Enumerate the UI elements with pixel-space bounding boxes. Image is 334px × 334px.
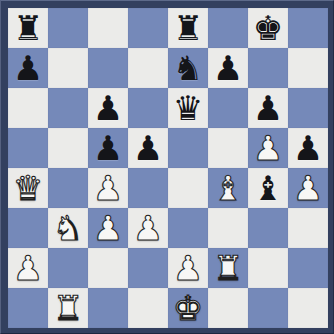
- square-c1[interactable]: [88, 288, 128, 328]
- piece-black-pawn[interactable]: ♟: [93, 88, 123, 128]
- square-d5[interactable]: ♟: [128, 128, 168, 168]
- piece-black-pawn[interactable]: ♟: [13, 48, 43, 88]
- square-g7[interactable]: [248, 48, 288, 88]
- square-c7[interactable]: [88, 48, 128, 88]
- square-c5[interactable]: ♟: [88, 128, 128, 168]
- square-f3[interactable]: [208, 208, 248, 248]
- square-h7[interactable]: [288, 48, 328, 88]
- square-f8[interactable]: [208, 8, 248, 48]
- square-b2[interactable]: [48, 248, 88, 288]
- square-a5[interactable]: [8, 128, 48, 168]
- piece-white-rook[interactable]: ♜: [213, 248, 243, 288]
- square-b7[interactable]: [48, 48, 88, 88]
- square-a2[interactable]: ♟: [8, 248, 48, 288]
- square-d2[interactable]: [128, 248, 168, 288]
- square-c6[interactable]: ♟: [88, 88, 128, 128]
- square-a4[interactable]: ♛: [8, 168, 48, 208]
- square-e7[interactable]: ♞: [168, 48, 208, 88]
- square-d4[interactable]: [128, 168, 168, 208]
- square-e6[interactable]: ♛: [168, 88, 208, 128]
- square-h4[interactable]: ♟: [288, 168, 328, 208]
- piece-black-king[interactable]: ♚: [253, 8, 283, 48]
- square-f5[interactable]: [208, 128, 248, 168]
- piece-black-rook[interactable]: ♜: [13, 8, 43, 48]
- square-f2[interactable]: ♜: [208, 248, 248, 288]
- square-d3[interactable]: ♟: [128, 208, 168, 248]
- square-h5[interactable]: ♟: [288, 128, 328, 168]
- square-a1[interactable]: [8, 288, 48, 328]
- piece-white-pawn[interactable]: ♟: [93, 208, 123, 248]
- square-d6[interactable]: [128, 88, 168, 128]
- square-a7[interactable]: ♟: [8, 48, 48, 88]
- piece-black-queen[interactable]: ♛: [173, 88, 203, 128]
- square-e1[interactable]: ♚: [168, 288, 208, 328]
- square-h2[interactable]: [288, 248, 328, 288]
- square-c2[interactable]: [88, 248, 128, 288]
- square-a8[interactable]: ♜: [8, 8, 48, 48]
- square-b1[interactable]: ♜: [48, 288, 88, 328]
- piece-white-pawn[interactable]: ♟: [133, 208, 163, 248]
- square-d8[interactable]: [128, 8, 168, 48]
- square-f6[interactable]: [208, 88, 248, 128]
- chess-board-grid: ♜♜♚♟♞♟♟♛♟♟♟♟♟♛♟♝♝♟♞♟♟♟♟♜♜♚: [8, 8, 328, 328]
- square-e5[interactable]: [168, 128, 208, 168]
- square-f4[interactable]: ♝: [208, 168, 248, 208]
- piece-black-knight[interactable]: ♞: [173, 48, 203, 88]
- square-a3[interactable]: [8, 208, 48, 248]
- square-a6[interactable]: [8, 88, 48, 128]
- square-d7[interactable]: [128, 48, 168, 88]
- square-g1[interactable]: [248, 288, 288, 328]
- piece-white-pawn[interactable]: ♟: [93, 168, 123, 208]
- square-e3[interactable]: [168, 208, 208, 248]
- chess-board-frame: ♜♜♚♟♞♟♟♛♟♟♟♟♟♛♟♝♝♟♞♟♟♟♟♜♜♚: [0, 0, 334, 334]
- square-g6[interactable]: ♟: [248, 88, 288, 128]
- square-g3[interactable]: [248, 208, 288, 248]
- piece-white-king[interactable]: ♚: [173, 288, 203, 328]
- piece-black-pawn[interactable]: ♟: [133, 128, 163, 168]
- square-b5[interactable]: [48, 128, 88, 168]
- square-g2[interactable]: [248, 248, 288, 288]
- square-b6[interactable]: [48, 88, 88, 128]
- piece-white-pawn[interactable]: ♟: [13, 248, 43, 288]
- square-b3[interactable]: ♞: [48, 208, 88, 248]
- square-d1[interactable]: [128, 288, 168, 328]
- square-f7[interactable]: ♟: [208, 48, 248, 88]
- piece-white-pawn[interactable]: ♟: [253, 128, 283, 168]
- square-c3[interactable]: ♟: [88, 208, 128, 248]
- square-h1[interactable]: [288, 288, 328, 328]
- piece-white-queen[interactable]: ♛: [13, 168, 43, 208]
- piece-black-bishop[interactable]: ♝: [253, 168, 283, 208]
- piece-white-knight[interactable]: ♞: [53, 208, 83, 248]
- square-g5[interactable]: ♟: [248, 128, 288, 168]
- square-e2[interactable]: ♟: [168, 248, 208, 288]
- square-c4[interactable]: ♟: [88, 168, 128, 208]
- square-e4[interactable]: [168, 168, 208, 208]
- square-f1[interactable]: [208, 288, 248, 328]
- piece-white-pawn[interactable]: ♟: [293, 168, 323, 208]
- square-h3[interactable]: [288, 208, 328, 248]
- piece-black-rook[interactable]: ♜: [173, 8, 203, 48]
- square-b8[interactable]: [48, 8, 88, 48]
- square-b4[interactable]: [48, 168, 88, 208]
- square-e8[interactable]: ♜: [168, 8, 208, 48]
- square-c8[interactable]: [88, 8, 128, 48]
- piece-black-pawn[interactable]: ♟: [213, 48, 243, 88]
- piece-black-pawn[interactable]: ♟: [253, 88, 283, 128]
- piece-white-bishop[interactable]: ♝: [213, 168, 243, 208]
- square-h8[interactable]: [288, 8, 328, 48]
- piece-black-pawn[interactable]: ♟: [293, 128, 323, 168]
- square-g4[interactable]: ♝: [248, 168, 288, 208]
- piece-white-pawn[interactable]: ♟: [173, 248, 203, 288]
- piece-black-pawn[interactable]: ♟: [93, 128, 123, 168]
- piece-white-rook[interactable]: ♜: [53, 288, 83, 328]
- square-h6[interactable]: [288, 88, 328, 128]
- square-g8[interactable]: ♚: [248, 8, 288, 48]
